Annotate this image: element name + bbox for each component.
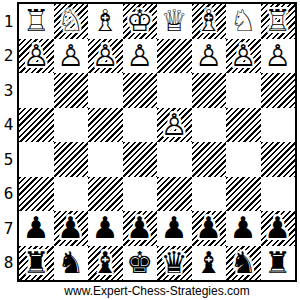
square-f4 [88, 108, 123, 143]
piece-bR-h8: ♜ [23, 246, 50, 281]
rank-label-6: 6 [0, 177, 17, 212]
chess-board: ♖♘♗♔♕♗♘♖♙♙♙♙♙♙♙♙♟♟♟♟♟♟♟♟♜♞♝♚♛♝♞♜ [17, 2, 297, 282]
square-e5 [123, 142, 158, 177]
rank-label-7: 7 [0, 211, 17, 246]
piece-bP-h7: ♟ [23, 211, 50, 246]
piece-wP-f2: ♙ [92, 39, 119, 74]
square-d8: ♛ [157, 246, 192, 281]
piece-bP-c7: ♟ [195, 211, 222, 246]
piece-bK-e8: ♚ [126, 246, 153, 281]
square-b2: ♙ [226, 39, 261, 74]
square-c8: ♝ [192, 246, 227, 281]
piece-bP-f7: ♟ [92, 211, 119, 246]
piece-bN-b8: ♞ [230, 246, 257, 281]
square-b8: ♞ [226, 246, 261, 281]
piece-wR-a1: ♖ [264, 4, 291, 39]
piece-wP-a2: ♙ [264, 39, 291, 74]
square-e4 [123, 108, 158, 143]
piece-wP-d4: ♙ [161, 108, 188, 143]
square-g3 [54, 73, 89, 108]
square-d6 [157, 177, 192, 212]
rank-labels: 12345678 [0, 4, 17, 280]
piece-wN-g1: ♘ [57, 4, 84, 39]
piece-wP-g2: ♙ [57, 39, 84, 74]
piece-bQ-d8: ♛ [161, 246, 188, 281]
square-c5 [192, 142, 227, 177]
rank-label-2: 2 [0, 39, 17, 74]
square-e3 [123, 73, 158, 108]
square-f1: ♗ [88, 4, 123, 39]
square-b4 [226, 108, 261, 143]
square-h7: ♟ [19, 211, 54, 246]
square-f2: ♙ [88, 39, 123, 74]
piece-bB-f8: ♝ [92, 246, 119, 281]
rank-label-3: 3 [0, 73, 17, 108]
square-h6 [19, 177, 54, 212]
square-g1: ♘ [54, 4, 89, 39]
square-c3 [192, 73, 227, 108]
square-a3 [261, 73, 296, 108]
square-d1: ♕ [157, 4, 192, 39]
square-a7: ♟ [261, 211, 296, 246]
square-b3 [226, 73, 261, 108]
square-c6 [192, 177, 227, 212]
square-f8: ♝ [88, 246, 123, 281]
piece-bN-g8: ♞ [57, 246, 84, 281]
square-e7: ♟ [123, 211, 158, 246]
rank-label-5: 5 [0, 142, 17, 177]
piece-wQ-d1: ♕ [161, 4, 188, 39]
square-f6 [88, 177, 123, 212]
piece-bP-a7: ♟ [264, 211, 291, 246]
piece-wP-h2: ♙ [23, 39, 50, 74]
square-a1: ♖ [261, 4, 296, 39]
piece-bP-b7: ♟ [230, 211, 257, 246]
square-b1: ♘ [226, 4, 261, 39]
square-g7: ♟ [54, 211, 89, 246]
square-h3 [19, 73, 54, 108]
square-g6 [54, 177, 89, 212]
piece-wP-c2: ♙ [195, 39, 222, 74]
piece-wN-b1: ♘ [230, 4, 257, 39]
square-b5 [226, 142, 261, 177]
square-c7: ♟ [192, 211, 227, 246]
square-h5 [19, 142, 54, 177]
square-a2: ♙ [261, 39, 296, 74]
square-g5 [54, 142, 89, 177]
square-a5 [261, 142, 296, 177]
square-h4 [19, 108, 54, 143]
square-d5 [157, 142, 192, 177]
square-c4 [192, 108, 227, 143]
square-f5 [88, 142, 123, 177]
piece-wB-c1: ♗ [195, 4, 222, 39]
square-g8: ♞ [54, 246, 89, 281]
square-h2: ♙ [19, 39, 54, 74]
piece-wK-e1: ♔ [126, 4, 153, 39]
square-e8: ♚ [123, 246, 158, 281]
square-e6 [123, 177, 158, 212]
piece-bB-c8: ♝ [195, 246, 222, 281]
rank-label-8: 8 [0, 246, 17, 281]
square-b7: ♟ [226, 211, 261, 246]
square-e2: ♙ [123, 39, 158, 74]
square-d4: ♙ [157, 108, 192, 143]
piece-bP-g7: ♟ [57, 211, 84, 246]
piece-wR-h1: ♖ [23, 4, 50, 39]
rank-label-4: 4 [0, 108, 17, 143]
piece-bP-e7: ♟ [126, 211, 153, 246]
square-d7: ♟ [157, 211, 192, 246]
square-g4 [54, 108, 89, 143]
square-h1: ♖ [19, 4, 54, 39]
square-a8: ♜ [261, 246, 296, 281]
square-d2 [157, 39, 192, 74]
piece-wB-f1: ♗ [92, 4, 119, 39]
piece-wP-e2: ♙ [126, 39, 153, 74]
website-caption: www.Expert-Chess-Strategies.com [17, 284, 297, 298]
square-g2: ♙ [54, 39, 89, 74]
piece-bP-d7: ♟ [161, 211, 188, 246]
piece-wP-b2: ♙ [230, 39, 257, 74]
square-f3 [88, 73, 123, 108]
rank-label-1: 1 [0, 4, 17, 39]
piece-bR-a8: ♜ [264, 246, 291, 281]
square-c2: ♙ [192, 39, 227, 74]
square-h8: ♜ [19, 246, 54, 281]
square-f7: ♟ [88, 211, 123, 246]
chess-diagram: 12345678 ♖♘♗♔♕♗♘♖♙♙♙♙♙♙♙♙♟♟♟♟♟♟♟♟♜♞♝♚♛♝♞… [0, 0, 300, 300]
square-e1: ♔ [123, 4, 158, 39]
square-b6 [226, 177, 261, 212]
square-d3 [157, 73, 192, 108]
square-a4 [261, 108, 296, 143]
square-a6 [261, 177, 296, 212]
square-c1: ♗ [192, 4, 227, 39]
